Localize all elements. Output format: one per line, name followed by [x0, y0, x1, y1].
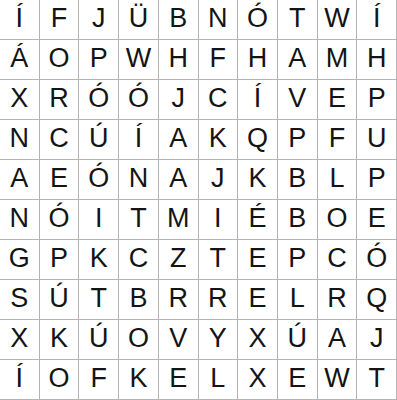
grid-cell-r7c7[interactable]: E [238, 240, 278, 280]
grid-cell-r4c5[interactable]: A [159, 120, 199, 160]
grid-cell-r7c9[interactable]: C [318, 240, 358, 280]
grid-cell-r7c1[interactable]: G [0, 240, 40, 280]
grid-cell-r10c2[interactable]: O [40, 360, 80, 400]
grid-cell-r4c3[interactable]: Ú [79, 120, 119, 160]
grid-cell-r7c2[interactable]: P [40, 240, 80, 280]
grid-cell-r7c6[interactable]: T [199, 240, 239, 280]
grid-cell-r3c1[interactable]: X [0, 80, 40, 120]
grid-cell-r2c3[interactable]: P [79, 40, 119, 80]
grid-cell-r10c3[interactable]: F [79, 360, 119, 400]
grid-cell-r3c6[interactable]: C [199, 80, 239, 120]
grid-cell-r2c9[interactable]: M [318, 40, 358, 80]
grid-cell-r1c10[interactable]: Í [357, 0, 397, 40]
grid-cell-r10c10[interactable]: T [357, 360, 397, 400]
grid-cell-r3c8[interactable]: V [278, 80, 318, 120]
grid-cell-r1c3[interactable]: J [79, 0, 119, 40]
grid-cell-r8c7[interactable]: E [238, 280, 278, 320]
grid-cell-r8c4[interactable]: B [119, 280, 159, 320]
grid-cell-r10c9[interactable]: W [318, 360, 358, 400]
grid-cell-r5c4[interactable]: N [119, 160, 159, 200]
grid-cell-r6c3[interactable]: I [79, 200, 119, 240]
grid-cell-r5c2[interactable]: E [40, 160, 80, 200]
grid-cell-r3c7[interactable]: Í [238, 80, 278, 120]
grid-cell-r3c2[interactable]: R [40, 80, 80, 120]
word-search-grid: ÍFJÜBNÓTWÍÁOPWHFHAMHXRÓÓJCÍVEPNCÚÍAKQPFU… [0, 0, 397, 400]
grid-cell-r8c2[interactable]: Ú [40, 280, 80, 320]
grid-cell-r5c5[interactable]: A [159, 160, 199, 200]
grid-cell-r9c1[interactable]: X [0, 320, 40, 360]
grid-cell-r10c4[interactable]: K [119, 360, 159, 400]
grid-cell-r3c3[interactable]: Ó [79, 80, 119, 120]
grid-cell-r10c7[interactable]: X [238, 360, 278, 400]
grid-cell-r9c8[interactable]: Ú [278, 320, 318, 360]
grid-cell-r9c10[interactable]: J [357, 320, 397, 360]
grid-cell-r3c4[interactable]: Ó [119, 80, 159, 120]
grid-cell-r1c4[interactable]: Ü [119, 0, 159, 40]
grid-cell-r9c9[interactable]: A [318, 320, 358, 360]
grid-cell-r7c8[interactable]: P [278, 240, 318, 280]
grid-cell-r10c6[interactable]: L [199, 360, 239, 400]
grid-cell-r2c8[interactable]: A [278, 40, 318, 80]
grid-cell-r4c10[interactable]: U [357, 120, 397, 160]
grid-cell-r6c4[interactable]: T [119, 200, 159, 240]
grid-cell-r6c8[interactable]: B [278, 200, 318, 240]
grid-cell-r6c10[interactable]: E [357, 200, 397, 240]
grid-cell-r10c5[interactable]: E [159, 360, 199, 400]
grid-cell-r8c5[interactable]: R [159, 280, 199, 320]
grid-cell-r10c1[interactable]: Í [0, 360, 40, 400]
grid-cell-r9c3[interactable]: Ú [79, 320, 119, 360]
grid-cell-r5c8[interactable]: B [278, 160, 318, 200]
grid-cell-r4c2[interactable]: C [40, 120, 80, 160]
grid-cell-r6c5[interactable]: M [159, 200, 199, 240]
grid-cell-r1c1[interactable]: Í [0, 0, 40, 40]
grid-cell-r7c3[interactable]: K [79, 240, 119, 280]
grid-cell-r7c4[interactable]: C [119, 240, 159, 280]
grid-cell-r8c3[interactable]: T [79, 280, 119, 320]
grid-cell-r6c2[interactable]: Ó [40, 200, 80, 240]
grid-cell-r1c7[interactable]: Ó [238, 0, 278, 40]
grid-cell-r8c1[interactable]: S [0, 280, 40, 320]
grid-cell-r4c9[interactable]: F [318, 120, 358, 160]
grid-cell-r8c6[interactable]: R [199, 280, 239, 320]
grid-cell-r1c8[interactable]: T [278, 0, 318, 40]
grid-cell-r8c8[interactable]: L [278, 280, 318, 320]
grid-cell-r4c7[interactable]: Q [238, 120, 278, 160]
grid-cell-r2c5[interactable]: H [159, 40, 199, 80]
grid-cell-r5c1[interactable]: A [0, 160, 40, 200]
grid-cell-r2c6[interactable]: F [199, 40, 239, 80]
grid-cell-r9c6[interactable]: Y [199, 320, 239, 360]
grid-cell-r9c4[interactable]: O [119, 320, 159, 360]
grid-cell-r5c3[interactable]: Ó [79, 160, 119, 200]
grid-cell-r2c4[interactable]: W [119, 40, 159, 80]
grid-cell-r5c6[interactable]: J [199, 160, 239, 200]
grid-cell-r2c2[interactable]: O [40, 40, 80, 80]
grid-cell-r5c7[interactable]: K [238, 160, 278, 200]
grid-cell-r1c6[interactable]: N [199, 0, 239, 40]
grid-cell-r3c9[interactable]: E [318, 80, 358, 120]
grid-cell-r1c9[interactable]: W [318, 0, 358, 40]
grid-cell-r4c8[interactable]: P [278, 120, 318, 160]
grid-cell-r1c5[interactable]: B [159, 0, 199, 40]
grid-cell-r4c4[interactable]: Í [119, 120, 159, 160]
grid-cell-r7c10[interactable]: Ó [357, 240, 397, 280]
grid-cell-r8c9[interactable]: R [318, 280, 358, 320]
grid-cell-r9c7[interactable]: X [238, 320, 278, 360]
grid-cell-r6c7[interactable]: É [238, 200, 278, 240]
grid-cell-r4c6[interactable]: K [199, 120, 239, 160]
grid-cell-r10c8[interactable]: E [278, 360, 318, 400]
grid-cell-r6c6[interactable]: I [199, 200, 239, 240]
grid-cell-r5c10[interactable]: P [357, 160, 397, 200]
grid-cell-r3c5[interactable]: J [159, 80, 199, 120]
grid-cell-r9c2[interactable]: K [40, 320, 80, 360]
grid-cell-r2c10[interactable]: H [357, 40, 397, 80]
grid-cell-r4c1[interactable]: N [0, 120, 40, 160]
grid-cell-r8c10[interactable]: Q [357, 280, 397, 320]
grid-cell-r6c1[interactable]: N [0, 200, 40, 240]
grid-cell-r3c10[interactable]: P [357, 80, 397, 120]
grid-cell-r6c9[interactable]: O [318, 200, 358, 240]
grid-cell-r9c5[interactable]: V [159, 320, 199, 360]
grid-cell-r7c5[interactable]: Z [159, 240, 199, 280]
grid-cell-r2c1[interactable]: Á [0, 40, 40, 80]
grid-cell-r2c7[interactable]: H [238, 40, 278, 80]
grid-cell-r1c2[interactable]: F [40, 0, 80, 40]
grid-cell-r5c9[interactable]: L [318, 160, 358, 200]
